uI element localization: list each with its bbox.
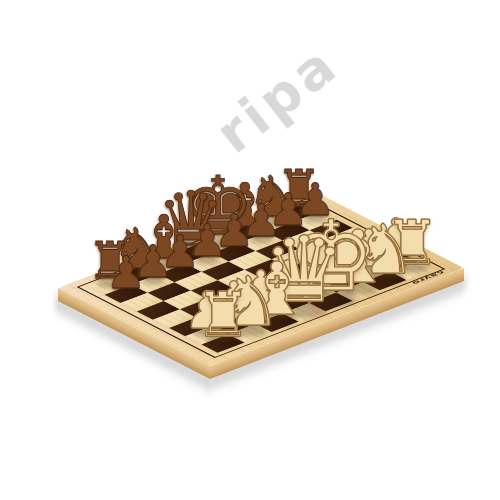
watermark: ripa: [204, 32, 350, 166]
product-photo: cayro ♜♞♝♛♚♝♞♜♟♟♟♟♟♟♟♟♟♟♟♟♟♟♟♟♜♞♝♛♚♝♞♜ r…: [0, 0, 500, 500]
board-grid: [88, 203, 433, 353]
